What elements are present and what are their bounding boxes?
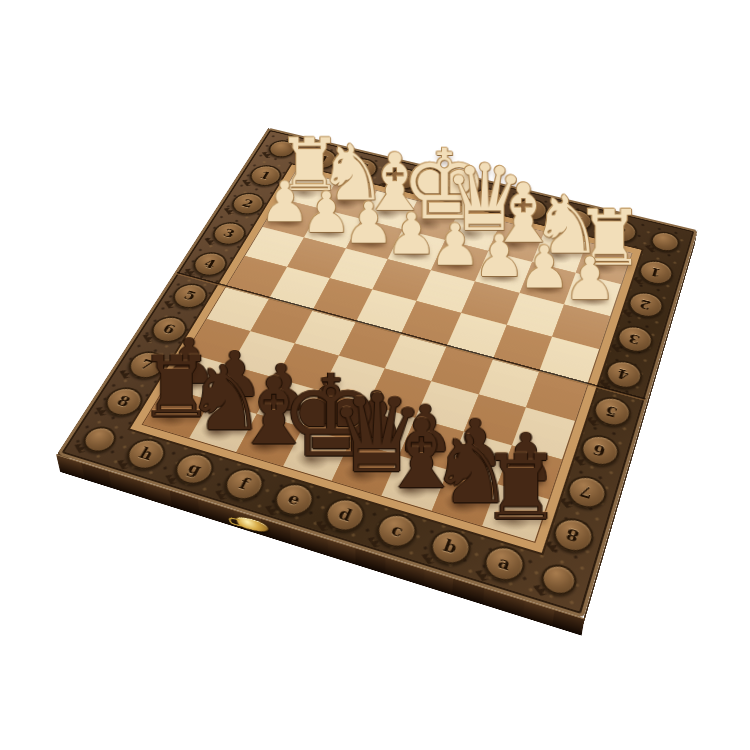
piece-glyph: ♟ (301, 186, 346, 239)
piece-glyph: ♟ (260, 176, 305, 229)
piece-glyph: ♞ (429, 426, 483, 515)
piece-glyph: ♞ (185, 357, 236, 443)
piece-black-rook: ♜ (481, 483, 548, 540)
piece-glyph: ♟ (473, 229, 519, 284)
scene-3d: hgfedcba hgfedcba 12345678 12345678 ♜♞♝♚… (0, 0, 750, 750)
product-photo: hgfedcba hgfedcba 12345678 12345678 ♜♞♝♚… (0, 0, 750, 750)
rank-label: 7 (563, 471, 610, 512)
rank-label: 5 (589, 393, 634, 430)
piece-glyph: ♚ (280, 363, 332, 471)
file-label: f (219, 464, 270, 504)
piece-glyph: ♝ (232, 368, 284, 456)
rank-label: 2 (625, 289, 666, 321)
piece-glyph: ♟ (564, 251, 611, 307)
rank-label: 6 (576, 431, 622, 470)
piece-glyph: ♟ (343, 196, 388, 250)
piece-glyph: ♟ (429, 218, 475, 273)
piece-glyph: ♜ (481, 445, 535, 531)
piece-glyph: ♜ (139, 347, 190, 428)
piece-white-pawn: ♟ (564, 270, 621, 313)
piece-glyph: ♟ (518, 240, 565, 296)
chess-box: hgfedcba hgfedcba 12345678 12345678 ♜♞♝♚… (57, 128, 698, 618)
piece-glyph: ♛ (329, 383, 382, 486)
brass-clasp-icon (234, 515, 270, 535)
piece-glyph: ♟ (386, 207, 432, 261)
rank-label: 3 (613, 322, 655, 356)
rank-label: 4 (602, 357, 645, 392)
piece-glyph: ♝ (378, 410, 431, 501)
